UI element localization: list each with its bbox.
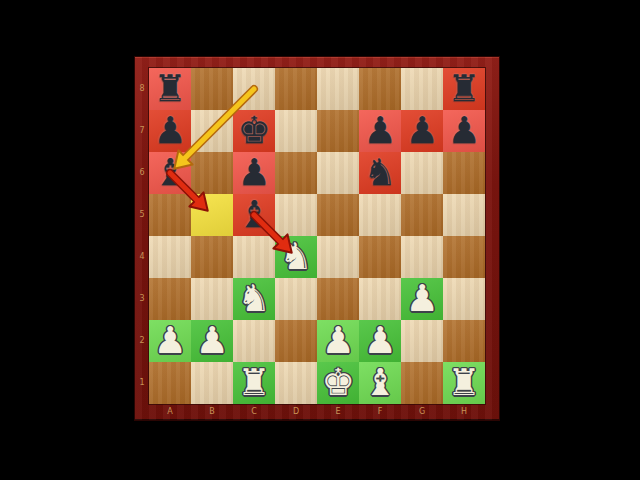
- square-f5[interactable]: [359, 194, 401, 236]
- file-label-e: E: [317, 404, 359, 420]
- file-label-h: H: [443, 404, 485, 420]
- piece-black-pawn[interactable]: ♟: [149, 110, 191, 152]
- piece-white-pawn[interactable]: ♟: [149, 320, 191, 362]
- piece-black-rook[interactable]: ♜: [443, 68, 485, 110]
- square-d3[interactable]: [275, 278, 317, 320]
- square-d8[interactable]: [275, 68, 317, 110]
- square-c1[interactable]: ♜: [233, 362, 275, 404]
- square-e5[interactable]: [317, 194, 359, 236]
- chess-board-frame: 87654321 ♜♜♟♚♟♟♟♝♟♞♝♞♞♟♟♟♟♟♜♚♝♜ ABCDEFGH: [135, 57, 499, 420]
- piece-white-king[interactable]: ♚: [317, 362, 359, 404]
- square-g2[interactable]: [401, 320, 443, 362]
- square-c8[interactable]: [233, 68, 275, 110]
- piece-black-knight[interactable]: ♞: [359, 152, 401, 194]
- square-a8[interactable]: ♜: [149, 68, 191, 110]
- square-c4[interactable]: [233, 236, 275, 278]
- square-b8[interactable]: [191, 68, 233, 110]
- square-c5[interactable]: ♝: [233, 194, 275, 236]
- square-f7[interactable]: ♟: [359, 110, 401, 152]
- rank-label-8: 8: [135, 68, 149, 110]
- square-g5[interactable]: [401, 194, 443, 236]
- square-a2[interactable]: ♟: [149, 320, 191, 362]
- rank-label-6: 6: [135, 152, 149, 194]
- square-e3[interactable]: [317, 278, 359, 320]
- piece-white-rook[interactable]: ♜: [443, 362, 485, 404]
- square-b3[interactable]: [191, 278, 233, 320]
- piece-white-rook[interactable]: ♜: [233, 362, 275, 404]
- square-c7[interactable]: ♚: [233, 110, 275, 152]
- square-f1[interactable]: ♝: [359, 362, 401, 404]
- square-f3[interactable]: [359, 278, 401, 320]
- piece-white-pawn[interactable]: ♟: [359, 320, 401, 362]
- rank-label-1: 1: [135, 362, 149, 404]
- square-h7[interactable]: ♟: [443, 110, 485, 152]
- piece-white-knight[interactable]: ♞: [233, 278, 275, 320]
- piece-white-pawn[interactable]: ♟: [317, 320, 359, 362]
- square-a5[interactable]: [149, 194, 191, 236]
- rank-label-7: 7: [135, 110, 149, 152]
- square-g4[interactable]: [401, 236, 443, 278]
- square-b7[interactable]: [191, 110, 233, 152]
- square-g7[interactable]: ♟: [401, 110, 443, 152]
- square-e6[interactable]: [317, 152, 359, 194]
- page-background: { "game": "chess", "board_theme": "wood"…: [0, 0, 640, 480]
- square-d7[interactable]: [275, 110, 317, 152]
- square-f8[interactable]: [359, 68, 401, 110]
- rank-labels: 87654321: [135, 68, 149, 404]
- square-e1[interactable]: ♚: [317, 362, 359, 404]
- square-a7[interactable]: ♟: [149, 110, 191, 152]
- square-g1[interactable]: [401, 362, 443, 404]
- square-e2[interactable]: ♟: [317, 320, 359, 362]
- rank-label-4: 4: [135, 236, 149, 278]
- square-d2[interactable]: [275, 320, 317, 362]
- piece-white-knight[interactable]: ♞: [275, 236, 317, 278]
- square-a3[interactable]: [149, 278, 191, 320]
- square-d6[interactable]: [275, 152, 317, 194]
- square-b1[interactable]: [191, 362, 233, 404]
- chess-board-grid: ♜♜♟♚♟♟♟♝♟♞♝♞♞♟♟♟♟♟♜♚♝♜: [149, 68, 485, 404]
- piece-black-pawn[interactable]: ♟: [401, 110, 443, 152]
- file-labels: ABCDEFGH: [149, 404, 485, 420]
- square-b6[interactable]: [191, 152, 233, 194]
- file-label-b: B: [191, 404, 233, 420]
- square-e7[interactable]: [317, 110, 359, 152]
- piece-black-pawn[interactable]: ♟: [443, 110, 485, 152]
- square-c3[interactable]: ♞: [233, 278, 275, 320]
- piece-white-bishop[interactable]: ♝: [359, 362, 401, 404]
- piece-white-pawn[interactable]: ♟: [401, 278, 443, 320]
- piece-black-bishop[interactable]: ♝: [233, 194, 275, 236]
- square-d4[interactable]: ♞: [275, 236, 317, 278]
- file-label-f: F: [359, 404, 401, 420]
- file-label-g: G: [401, 404, 443, 420]
- square-e4[interactable]: [317, 236, 359, 278]
- rank-label-5: 5: [135, 194, 149, 236]
- square-b5[interactable]: [191, 194, 233, 236]
- rank-label-3: 3: [135, 278, 149, 320]
- file-label-c: C: [233, 404, 275, 420]
- square-d5[interactable]: [275, 194, 317, 236]
- square-h8[interactable]: ♜: [443, 68, 485, 110]
- piece-black-rook[interactable]: ♜: [149, 68, 191, 110]
- square-h2[interactable]: [443, 320, 485, 362]
- piece-black-pawn[interactable]: ♟: [233, 152, 275, 194]
- square-f6[interactable]: ♞: [359, 152, 401, 194]
- square-g8[interactable]: [401, 68, 443, 110]
- square-g3[interactable]: ♟: [401, 278, 443, 320]
- piece-black-pawn[interactable]: ♟: [359, 110, 401, 152]
- square-h3[interactable]: [443, 278, 485, 320]
- square-c2[interactable]: [233, 320, 275, 362]
- file-label-a: A: [149, 404, 191, 420]
- piece-black-king[interactable]: ♚: [233, 110, 275, 152]
- square-f2[interactable]: ♟: [359, 320, 401, 362]
- square-c6[interactable]: ♟: [233, 152, 275, 194]
- square-a6[interactable]: ♝: [149, 152, 191, 194]
- square-g6[interactable]: [401, 152, 443, 194]
- piece-black-bishop[interactable]: ♝: [149, 152, 191, 194]
- square-h1[interactable]: ♜: [443, 362, 485, 404]
- square-b4[interactable]: [191, 236, 233, 278]
- square-a1[interactable]: [149, 362, 191, 404]
- rank-label-2: 2: [135, 320, 149, 362]
- square-e8[interactable]: [317, 68, 359, 110]
- file-label-d: D: [275, 404, 317, 420]
- square-d1[interactable]: [275, 362, 317, 404]
- square-b2[interactable]: ♟: [191, 320, 233, 362]
- square-h4[interactable]: [443, 236, 485, 278]
- piece-white-pawn[interactable]: ♟: [191, 320, 233, 362]
- square-f4[interactable]: [359, 236, 401, 278]
- square-h5[interactable]: [443, 194, 485, 236]
- square-h6[interactable]: [443, 152, 485, 194]
- square-a4[interactable]: [149, 236, 191, 278]
